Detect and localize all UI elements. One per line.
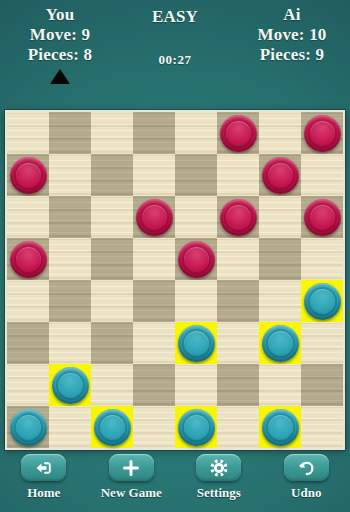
player-status-panel: You Move: 9 Pieces: 8 — [10, 5, 110, 84]
board-cell-r0c6 — [259, 112, 301, 154]
board-cell-r0c1[interactable] — [49, 112, 91, 154]
plus-icon — [121, 458, 141, 478]
teal-piece[interactable] — [52, 367, 89, 404]
board-cell-r7c6[interactable] — [259, 406, 301, 448]
board-cell-r0c0 — [7, 112, 49, 154]
home-button-label: Home — [27, 485, 60, 501]
ai-piece-count: Pieces: 9 — [242, 45, 342, 65]
board-cell-r6c4 — [175, 364, 217, 406]
player-piece-count: Pieces: 8 — [10, 45, 110, 65]
board-cell-r7c4[interactable] — [175, 406, 217, 448]
board-cell-r2c1[interactable] — [49, 196, 91, 238]
board-cell-r0c7[interactable] — [301, 112, 343, 154]
board-cell-r7c1 — [49, 406, 91, 448]
teal-piece[interactable] — [10, 409, 47, 446]
red-piece — [220, 199, 257, 236]
board-cell-r5c0[interactable] — [7, 322, 49, 364]
board-cell-r4c6 — [259, 280, 301, 322]
player-title: You — [10, 5, 110, 25]
board-cell-r3c0[interactable] — [7, 238, 49, 280]
red-piece — [304, 115, 341, 152]
board-cell-r1c6[interactable] — [259, 154, 301, 196]
board-cell-r3c7 — [301, 238, 343, 280]
undo-button-label: Udno — [291, 485, 321, 501]
board-cell-r7c7 — [301, 406, 343, 448]
teal-piece[interactable] — [94, 409, 131, 446]
board-cell-r3c3 — [133, 238, 175, 280]
board-cell-r5c2[interactable] — [91, 322, 133, 364]
board-cell-r0c2 — [91, 112, 133, 154]
board-cell-r1c7 — [301, 154, 343, 196]
board-cell-r6c6 — [259, 364, 301, 406]
red-piece — [304, 199, 341, 236]
board-cell-r5c6[interactable] — [259, 322, 301, 364]
difficulty-label: EASY — [125, 7, 225, 27]
board-cell-r5c7 — [301, 322, 343, 364]
board-cell-r5c5 — [217, 322, 259, 364]
settings-button[interactable]: Settings — [175, 454, 263, 501]
ai-title: Ai — [242, 5, 342, 25]
board-cell-r3c6[interactable] — [259, 238, 301, 280]
new-game-button[interactable]: New Game — [88, 454, 176, 501]
board-cell-r6c2 — [91, 364, 133, 406]
new-game-button-label: New Game — [101, 485, 162, 501]
board-cell-r1c5 — [217, 154, 259, 196]
board-cell-r7c0[interactable] — [7, 406, 49, 448]
checkers-board — [5, 110, 345, 450]
teal-piece[interactable] — [178, 325, 215, 362]
board-cell-r4c1[interactable] — [49, 280, 91, 322]
board-cell-r7c3 — [133, 406, 175, 448]
board-cell-r4c7[interactable] — [301, 280, 343, 322]
red-piece — [136, 199, 173, 236]
red-piece — [178, 241, 215, 278]
board-cell-r4c0 — [7, 280, 49, 322]
board-cell-r2c5[interactable] — [217, 196, 259, 238]
home-exit-icon — [34, 458, 54, 478]
board-cell-r6c3[interactable] — [133, 364, 175, 406]
settings-button-pill — [196, 454, 241, 481]
board-cell-r2c0 — [7, 196, 49, 238]
board-cell-r6c0 — [7, 364, 49, 406]
board-cell-r6c7[interactable] — [301, 364, 343, 406]
board-cell-r0c5[interactable] — [217, 112, 259, 154]
board-cell-r2c2 — [91, 196, 133, 238]
gear-icon — [209, 458, 229, 478]
undo-button-pill — [284, 454, 329, 481]
board-cell-r2c6 — [259, 196, 301, 238]
board-cell-r4c5[interactable] — [217, 280, 259, 322]
board-cell-r5c4[interactable] — [175, 322, 217, 364]
board-cell-r3c5 — [217, 238, 259, 280]
board-cell-r5c1 — [49, 322, 91, 364]
undo-button[interactable]: Udno — [263, 454, 350, 501]
board-cell-r3c2[interactable] — [91, 238, 133, 280]
undo-icon — [296, 458, 316, 478]
red-piece — [220, 115, 257, 152]
player-move-count: Move: 9 — [10, 25, 110, 45]
game-info-panel: EASY 00:27 — [125, 7, 225, 70]
ai-status-panel: Ai Move: 10 Pieces: 9 — [242, 5, 342, 65]
teal-piece[interactable] — [262, 409, 299, 446]
board-cell-r2c7[interactable] — [301, 196, 343, 238]
board-cell-r6c1[interactable] — [49, 364, 91, 406]
timer: 00:27 — [125, 50, 225, 70]
board-cell-r0c3[interactable] — [133, 112, 175, 154]
board-cell-r4c3[interactable] — [133, 280, 175, 322]
board-cell-r6c5[interactable] — [217, 364, 259, 406]
board-cell-r2c3[interactable] — [133, 196, 175, 238]
settings-button-label: Settings — [197, 485, 241, 501]
teal-piece[interactable] — [262, 325, 299, 362]
home-button[interactable]: Home — [0, 454, 88, 501]
new-game-button-pill — [109, 454, 154, 481]
board-cell-r1c0[interactable] — [7, 154, 49, 196]
teal-piece[interactable] — [178, 409, 215, 446]
board-cell-r7c2[interactable] — [91, 406, 133, 448]
red-piece — [10, 241, 47, 278]
board-cell-r4c2 — [91, 280, 133, 322]
home-button-pill — [21, 454, 66, 481]
board-cell-r1c4[interactable] — [175, 154, 217, 196]
board-cell-r2c4 — [175, 196, 217, 238]
red-piece — [262, 157, 299, 194]
board-cell-r0c4 — [175, 112, 217, 154]
board-cell-r7c5 — [217, 406, 259, 448]
toolbar: Home New Game Settings — [0, 454, 350, 501]
board-cell-r5c3 — [133, 322, 175, 364]
board-cell-r1c2[interactable] — [91, 154, 133, 196]
board-cell-r4c4 — [175, 280, 217, 322]
board-cell-r3c4[interactable] — [175, 238, 217, 280]
teal-piece[interactable] — [304, 283, 341, 320]
ai-move-count: Move: 10 — [242, 25, 342, 45]
board-cell-r1c1 — [49, 154, 91, 196]
turn-indicator-triangle — [50, 69, 70, 84]
red-piece — [10, 157, 47, 194]
checkers-app: You Move: 9 Pieces: 8 EASY 00:27 Ai Move… — [0, 0, 350, 512]
board-cell-r3c1 — [49, 238, 91, 280]
board-cell-r1c3 — [133, 154, 175, 196]
